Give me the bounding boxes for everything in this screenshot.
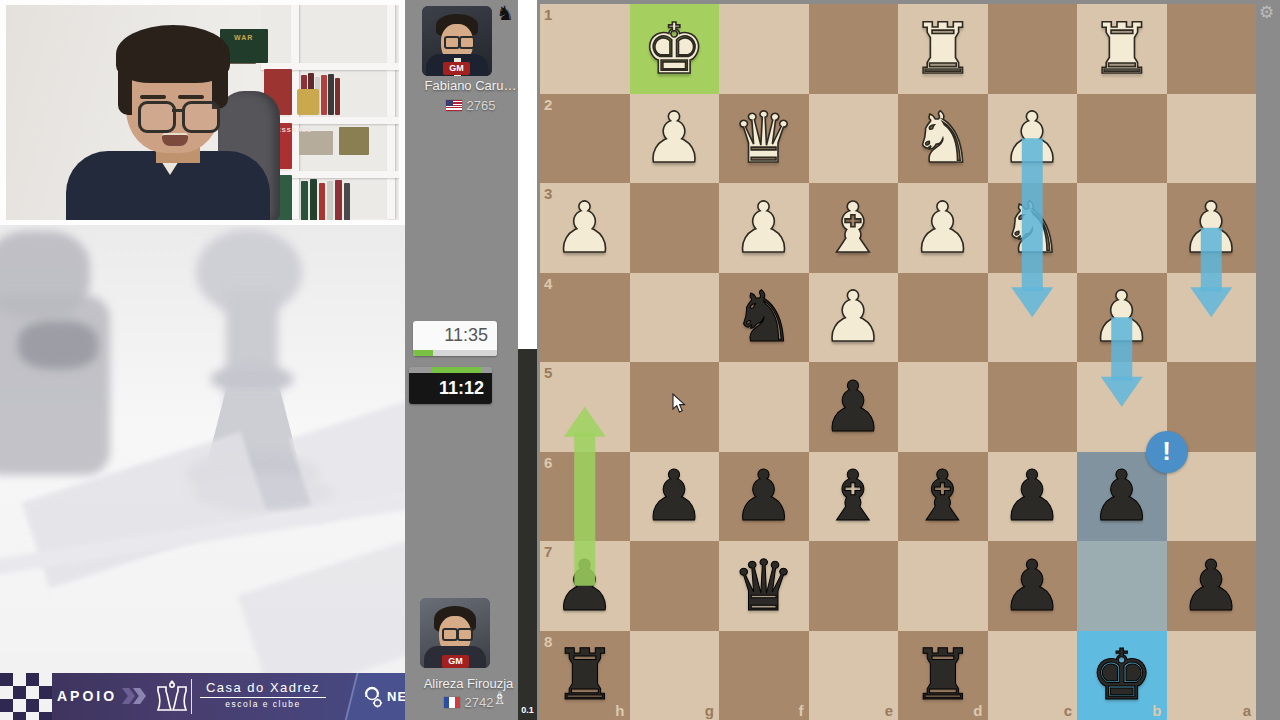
shelf-divider xyxy=(387,5,395,219)
square-h8[interactable]: 8h♜ xyxy=(540,631,630,720)
webcam-frame: CHESSBASE 11 WAR xyxy=(6,5,399,220)
checker-cell xyxy=(0,699,13,712)
avatar-glasses xyxy=(457,628,473,641)
us-flag-icon xyxy=(446,100,462,111)
square-c8[interactable]: c xyxy=(988,631,1078,720)
square-f5[interactable] xyxy=(719,362,809,452)
black-pawn-e5: ♟ xyxy=(809,362,899,452)
file-label-b: b xyxy=(1152,702,1161,719)
square-g3[interactable] xyxy=(630,183,720,273)
white-pawn-a3: ♟ xyxy=(1167,183,1257,273)
rank-label-6: 6 xyxy=(544,454,552,471)
square-c3[interactable]: ♞ xyxy=(988,183,1078,273)
checker-cell xyxy=(26,686,39,699)
sponsor-banner: APOIO Casa do Xadrez escola e clube xyxy=(0,673,405,720)
trophy xyxy=(297,89,319,115)
square-c7[interactable]: ♟ xyxy=(988,541,1078,631)
white-knight-d2: ♞ xyxy=(898,94,988,184)
checker-cell xyxy=(13,686,26,699)
white-pawn-d3: ♟ xyxy=(898,183,988,273)
trophy xyxy=(339,127,369,155)
brand-tagline: escola e clube xyxy=(198,699,328,709)
top-player-rating-row: 2765 xyxy=(408,98,533,113)
rank-label-4: 4 xyxy=(544,275,552,292)
casa-do-xadrez-logo-icon xyxy=(156,679,188,715)
square-b4[interactable]: ♟ xyxy=(1077,273,1167,363)
file-label-a: a xyxy=(1243,702,1251,719)
rank-label-1: 1 xyxy=(544,6,552,23)
white-clock-time: 11:35 xyxy=(413,321,497,350)
square-e4[interactable]: ♟ xyxy=(809,273,899,363)
photo-board-square xyxy=(237,540,405,673)
square-b8[interactable]: b♚ xyxy=(1077,631,1167,720)
square-e2[interactable] xyxy=(809,94,899,184)
square-e3[interactable]: ♝ xyxy=(809,183,899,273)
top-player-name: Fabiano Caru… xyxy=(408,78,533,93)
book xyxy=(328,74,334,115)
brand-name: Casa do Xadrez xyxy=(198,680,328,695)
background-chess-photo xyxy=(0,225,405,673)
bishop-icon: ♗ xyxy=(492,688,507,708)
white-rook-d1: ♜ xyxy=(898,4,988,94)
rank-label-5: 5 xyxy=(544,364,552,381)
book xyxy=(310,179,317,220)
white-pawn-f3: ♟ xyxy=(719,183,809,273)
checker-cell xyxy=(13,712,26,720)
black-clock-bar xyxy=(409,367,492,373)
square-a1[interactable] xyxy=(1167,4,1257,94)
square-e1[interactable] xyxy=(809,4,899,94)
person-hair xyxy=(118,63,132,115)
square-e8[interactable]: e xyxy=(809,631,899,720)
square-g7[interactable] xyxy=(630,541,720,631)
knight-icon: ♞ xyxy=(496,1,514,25)
file-label-e: e xyxy=(885,702,893,719)
support-agent-icon xyxy=(362,685,384,709)
square-d6[interactable]: ♝ xyxy=(898,452,988,542)
square-f1[interactable] xyxy=(719,4,809,94)
square-f6[interactable]: ♟ xyxy=(719,452,809,542)
black-clock: 11:12 xyxy=(409,367,492,404)
file-label-g: g xyxy=(705,702,714,719)
white-pawn-g2: ♟ xyxy=(630,94,720,184)
square-f4[interactable]: ♞ xyxy=(719,273,809,363)
brand-block: Casa do Xadrez escola e clube xyxy=(198,680,328,709)
white-pawn-e4: ♟ xyxy=(809,273,899,363)
avatar-glasses xyxy=(444,36,460,49)
square-h5[interactable]: 5 xyxy=(540,362,630,452)
file-label-h: h xyxy=(615,702,624,719)
square-h3[interactable]: 3♟ xyxy=(540,183,630,273)
square-f3[interactable]: ♟ xyxy=(719,183,809,273)
black-pawn-c7: ♟ xyxy=(988,541,1078,631)
black-pawn-c6: ♟ xyxy=(988,452,1078,542)
square-c5[interactable] xyxy=(988,362,1078,452)
chess-board: 1♚♜♜2♟♛♞♟3♟♟♝♟♞♟4♞♟♟5♟6♟♟♝♝♟♟7♟♛♟♟8h♜gfe… xyxy=(540,4,1256,720)
rank-label-3: 3 xyxy=(544,185,552,202)
apoio-label: APOIO xyxy=(57,688,117,704)
checker-cell xyxy=(0,712,13,720)
square-f7[interactable]: ♛ xyxy=(719,541,809,631)
bottom-player-name: Alireza Firouzja xyxy=(406,676,531,691)
square-d8[interactable]: d♜ xyxy=(898,631,988,720)
webcam-video: CHESSBASE 11 WAR xyxy=(0,0,405,225)
white-clock-bar-fill xyxy=(413,350,433,356)
gm-badge-bottom: GM xyxy=(442,655,469,668)
eyebrow xyxy=(178,95,204,99)
checker-pattern xyxy=(0,673,52,720)
top-player-rating: 2765 xyxy=(467,98,496,113)
square-c6[interactable]: ♟ xyxy=(988,452,1078,542)
file-label-c: c xyxy=(1064,702,1072,719)
white-clock-bar xyxy=(413,350,497,356)
glasses-lens xyxy=(182,101,220,133)
black-pawn-h7: ♟ xyxy=(540,541,630,631)
square-d1[interactable]: ♜ xyxy=(898,4,988,94)
black-queen-f7: ♛ xyxy=(719,541,809,631)
avatar-glasses xyxy=(442,628,458,641)
glasses-lens xyxy=(138,101,176,133)
white-pawn-c2: ♟ xyxy=(988,94,1078,184)
square-h1[interactable]: 1 xyxy=(540,4,630,94)
white-rook-b1: ♜ xyxy=(1077,4,1167,94)
file-label-f: f xyxy=(799,702,804,719)
gm-badge-top: GM xyxy=(443,62,470,75)
black-knight-f4: ♞ xyxy=(719,273,809,363)
checker-cell xyxy=(39,686,52,699)
logo-divider xyxy=(191,679,192,714)
checker-cell xyxy=(0,686,13,699)
person-mouth xyxy=(162,133,188,146)
book xyxy=(335,78,340,115)
avatar-glasses xyxy=(459,36,475,49)
square-h7[interactable]: 7♟ xyxy=(540,541,630,631)
white-clock: 11:35 xyxy=(413,321,497,356)
square-b2[interactable] xyxy=(1077,94,1167,184)
square-e7[interactable] xyxy=(809,541,899,631)
square-b3[interactable] xyxy=(1077,183,1167,273)
app-root: CHESSBASE 11 WAR xyxy=(0,0,1280,720)
photo-piece-blur xyxy=(18,321,98,369)
file-label-d: d xyxy=(973,702,982,719)
checker-cell xyxy=(26,699,39,712)
white-king-g1: ♚ xyxy=(630,4,720,94)
checker-cell xyxy=(26,673,39,686)
black-clock-time: 11:12 xyxy=(409,373,492,404)
eval-bar-white-section xyxy=(518,0,537,349)
white-knight-c3: ♞ xyxy=(988,183,1078,273)
chevron-icon xyxy=(122,688,135,704)
square-h2[interactable]: 2 xyxy=(540,94,630,184)
white-pawn-b4: ♟ xyxy=(1077,273,1167,363)
square-a8[interactable]: a xyxy=(1167,631,1257,720)
square-g6[interactable]: ♟ xyxy=(630,452,720,542)
eyebrow xyxy=(140,95,166,99)
black-clock-bar-fill xyxy=(432,367,482,373)
checker-cell xyxy=(39,712,52,720)
square-c1[interactable] xyxy=(988,4,1078,94)
square-a2[interactable] xyxy=(1167,94,1257,184)
book xyxy=(321,75,327,115)
checker-cell xyxy=(39,699,52,712)
book xyxy=(301,181,308,220)
white-pawn-h3: ♟ xyxy=(540,183,630,273)
square-f2[interactable]: ♛ xyxy=(719,94,809,184)
book xyxy=(344,183,350,220)
square-g4[interactable] xyxy=(630,273,720,363)
move-annotation-b6: ! xyxy=(1146,431,1188,473)
square-g2[interactable]: ♟ xyxy=(630,94,720,184)
black-pawn-g6: ♟ xyxy=(630,452,720,542)
eval-bar: 0.1 xyxy=(518,0,537,720)
book xyxy=(319,183,325,220)
book xyxy=(335,180,342,220)
square-g8[interactable]: g xyxy=(630,631,720,720)
rank-label-8: 8 xyxy=(544,633,552,650)
square-b1[interactable]: ♜ xyxy=(1077,4,1167,94)
rank-label-7: 7 xyxy=(544,543,552,560)
checker-cell xyxy=(39,673,52,686)
square-a3[interactable]: ♟ xyxy=(1167,183,1257,273)
eval-value: 0.1 xyxy=(518,705,537,715)
black-pawn-f6: ♟ xyxy=(719,452,809,542)
square-c2[interactable]: ♟ xyxy=(988,94,1078,184)
white-bishop-e3: ♝ xyxy=(809,183,899,273)
white-queen-f2: ♛ xyxy=(719,94,809,184)
square-c4[interactable] xyxy=(988,273,1078,363)
black-pawn-a7: ♟ xyxy=(1167,541,1257,631)
square-d7[interactable] xyxy=(898,541,988,631)
banner-right-text: NEW xyxy=(387,689,405,704)
square-f8[interactable]: f xyxy=(719,631,809,720)
square-d2[interactable]: ♞ xyxy=(898,94,988,184)
square-h6[interactable]: 6 xyxy=(540,452,630,542)
square-a7[interactable]: ♟ xyxy=(1167,541,1257,631)
square-e5[interactable]: ♟ xyxy=(809,362,899,452)
checker-cell xyxy=(13,673,26,686)
checker-cell xyxy=(13,699,26,712)
checker-cell xyxy=(26,712,39,720)
square-e6[interactable]: ♝ xyxy=(809,452,899,542)
mouse-cursor-icon xyxy=(672,393,687,414)
black-bishop-e6: ♝ xyxy=(809,452,899,542)
square-g1[interactable]: ♚ xyxy=(630,4,720,94)
brand-underline xyxy=(200,697,326,698)
square-a4[interactable] xyxy=(1167,273,1257,363)
fr-flag-icon xyxy=(444,697,460,708)
square-d4[interactable] xyxy=(898,273,988,363)
bottom-player-rating: 2742 xyxy=(465,695,494,710)
war-box-label: WAR xyxy=(234,34,253,41)
black-bishop-d6: ♝ xyxy=(898,452,988,542)
square-b7[interactable] xyxy=(1077,541,1167,631)
square-h4[interactable]: 4 xyxy=(540,273,630,363)
bottom-player-rating-row: 2742 xyxy=(406,695,531,710)
rank-label-2: 2 xyxy=(544,96,552,113)
checker-cell xyxy=(0,673,13,686)
glasses-bridge xyxy=(172,109,184,112)
square-d3[interactable]: ♟ xyxy=(898,183,988,273)
book xyxy=(327,181,333,220)
settings-gear-icon[interactable]: ⚙ xyxy=(1259,2,1274,23)
square-d5[interactable] xyxy=(898,362,988,452)
